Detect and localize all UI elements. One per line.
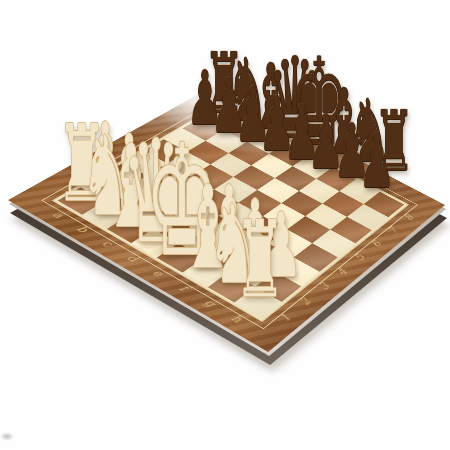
rank-label-6: 6 [368,239,384,249]
chess-board: abcdefgh12345678 [8,85,445,352]
rank-label-7: 7 [385,226,401,236]
file-label-e: e [150,267,167,278]
photo-smudge [0,432,14,441]
rank-label-5: 5 [351,252,368,262]
file-label-c: c [99,238,116,248]
file-label-b: b [74,224,91,234]
file-label-a: a [50,210,67,220]
file-label-g: g [202,297,219,309]
rank-label-3: 3 [315,281,332,292]
file-label-d: d [124,253,141,264]
chess-set-photo: abcdefgh12345678 ♜♞♝♛♚♝♞♜♟♟♟♟♟♟♟♟♟♟♟♟♟♟♟… [0,0,450,450]
rank-label-4: 4 [334,266,351,277]
rank-label-2: 2 [296,296,314,307]
rank-label-1: 1 [277,312,295,324]
file-label-h: h [228,313,245,325]
file-label-f: f [177,283,191,293]
rank-label-8: 8 [401,213,417,222]
